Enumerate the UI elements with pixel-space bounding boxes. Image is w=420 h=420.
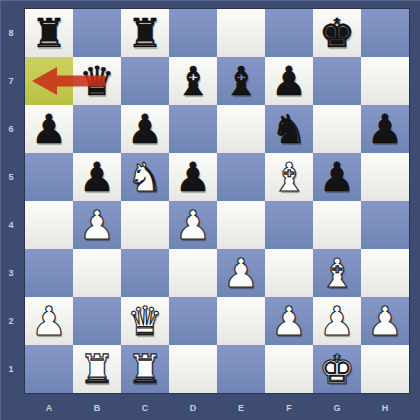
square-d6[interactable] bbox=[169, 105, 217, 153]
file-labels: ABCDEFGH bbox=[25, 397, 409, 419]
black-piece-k-g8: ♚ bbox=[319, 9, 355, 57]
file-label-c: C bbox=[121, 397, 169, 419]
black-piece-n-f6: ♞ bbox=[271, 105, 307, 153]
square-c7[interactable] bbox=[121, 57, 169, 105]
square-b7[interactable]: ♛ bbox=[73, 57, 121, 105]
black-piece-p-a6: ♟ bbox=[31, 105, 67, 153]
square-e8[interactable] bbox=[217, 9, 265, 57]
rank-label-6: 6 bbox=[1, 105, 21, 153]
black-piece-p-g5: ♟ bbox=[319, 153, 355, 201]
square-a1[interactable] bbox=[25, 345, 73, 393]
file-label-a: A bbox=[25, 397, 73, 419]
square-d3[interactable] bbox=[169, 249, 217, 297]
square-e4[interactable] bbox=[217, 201, 265, 249]
rank-label-5: 5 bbox=[1, 153, 21, 201]
square-d4[interactable]: ♟ bbox=[169, 201, 217, 249]
square-a2[interactable]: ♟ bbox=[25, 297, 73, 345]
square-e6[interactable] bbox=[217, 105, 265, 153]
file-label-f: F bbox=[265, 397, 313, 419]
white-piece-r-c1: ♜ bbox=[127, 345, 163, 393]
square-f7[interactable]: ♟ bbox=[265, 57, 313, 105]
white-piece-r-b1: ♜ bbox=[79, 345, 115, 393]
square-c3[interactable] bbox=[121, 249, 169, 297]
rank-label-2: 2 bbox=[1, 297, 21, 345]
black-piece-p-c6: ♟ bbox=[127, 105, 163, 153]
square-d5[interactable]: ♟ bbox=[169, 153, 217, 201]
square-b8[interactable] bbox=[73, 9, 121, 57]
square-h1[interactable] bbox=[361, 345, 409, 393]
black-piece-r-a8: ♜ bbox=[31, 9, 67, 57]
square-b3[interactable] bbox=[73, 249, 121, 297]
square-c6[interactable]: ♟ bbox=[121, 105, 169, 153]
square-h3[interactable] bbox=[361, 249, 409, 297]
square-f8[interactable] bbox=[265, 9, 313, 57]
square-h4[interactable] bbox=[361, 201, 409, 249]
rank-labels: 87654321 bbox=[1, 9, 25, 393]
square-g2[interactable]: ♟ bbox=[313, 297, 361, 345]
square-h7[interactable] bbox=[361, 57, 409, 105]
square-d2[interactable] bbox=[169, 297, 217, 345]
white-piece-p-g2: ♟ bbox=[319, 297, 355, 345]
square-h8[interactable] bbox=[361, 9, 409, 57]
rank-label-4: 4 bbox=[1, 201, 21, 249]
white-piece-p-e3: ♟ bbox=[223, 249, 259, 297]
black-piece-p-b5: ♟ bbox=[79, 153, 115, 201]
black-piece-q-b7: ♛ bbox=[79, 57, 115, 105]
square-a7[interactable] bbox=[25, 57, 73, 105]
black-piece-p-f7: ♟ bbox=[271, 57, 307, 105]
square-g7[interactable] bbox=[313, 57, 361, 105]
file-label-e: E bbox=[217, 397, 265, 419]
square-g6[interactable] bbox=[313, 105, 361, 153]
square-e2[interactable] bbox=[217, 297, 265, 345]
rank-label-7: 7 bbox=[1, 57, 21, 105]
white-piece-n-c5: ♞ bbox=[127, 153, 163, 201]
white-piece-p-h2: ♟ bbox=[367, 297, 403, 345]
square-h6[interactable]: ♟ bbox=[361, 105, 409, 153]
square-f5[interactable]: ♝ bbox=[265, 153, 313, 201]
black-piece-p-d5: ♟ bbox=[175, 153, 211, 201]
square-g5[interactable]: ♟ bbox=[313, 153, 361, 201]
chess-board: ♜♜♚♛♝♝♟♟♟♞♟♟♞♟♝♟♟♟♟♝♟♛♟♟♟♜♜♚ bbox=[25, 9, 409, 393]
square-h5[interactable] bbox=[361, 153, 409, 201]
black-piece-p-h6: ♟ bbox=[367, 105, 403, 153]
square-a8[interactable]: ♜ bbox=[25, 9, 73, 57]
square-g8[interactable]: ♚ bbox=[313, 9, 361, 57]
square-e3[interactable]: ♟ bbox=[217, 249, 265, 297]
square-d1[interactable] bbox=[169, 345, 217, 393]
square-e5[interactable] bbox=[217, 153, 265, 201]
square-g3[interactable]: ♝ bbox=[313, 249, 361, 297]
white-piece-p-b4: ♟ bbox=[79, 201, 115, 249]
black-piece-b-e7: ♝ bbox=[223, 57, 259, 105]
square-d7[interactable]: ♝ bbox=[169, 57, 217, 105]
white-piece-b-f5: ♝ bbox=[271, 153, 307, 201]
square-b6[interactable] bbox=[73, 105, 121, 153]
square-b2[interactable] bbox=[73, 297, 121, 345]
square-f2[interactable]: ♟ bbox=[265, 297, 313, 345]
square-a3[interactable] bbox=[25, 249, 73, 297]
square-e1[interactable] bbox=[217, 345, 265, 393]
square-f3[interactable] bbox=[265, 249, 313, 297]
black-piece-r-c8: ♜ bbox=[127, 9, 163, 57]
square-g4[interactable] bbox=[313, 201, 361, 249]
white-piece-q-c2: ♛ bbox=[127, 297, 163, 345]
white-piece-p-a2: ♟ bbox=[31, 297, 67, 345]
white-piece-k-g1: ♚ bbox=[319, 345, 355, 393]
square-b4[interactable]: ♟ bbox=[73, 201, 121, 249]
square-c5[interactable]: ♞ bbox=[121, 153, 169, 201]
square-c1[interactable]: ♜ bbox=[121, 345, 169, 393]
square-f1[interactable] bbox=[265, 345, 313, 393]
square-b5[interactable]: ♟ bbox=[73, 153, 121, 201]
square-c8[interactable]: ♜ bbox=[121, 9, 169, 57]
file-label-g: G bbox=[313, 397, 361, 419]
square-a4[interactable] bbox=[25, 201, 73, 249]
rank-label-3: 3 bbox=[1, 249, 21, 297]
square-e7[interactable]: ♝ bbox=[217, 57, 265, 105]
white-piece-p-f2: ♟ bbox=[271, 297, 307, 345]
square-d8[interactable] bbox=[169, 9, 217, 57]
square-c4[interactable] bbox=[121, 201, 169, 249]
white-piece-b-g3: ♝ bbox=[319, 249, 355, 297]
rank-label-1: 1 bbox=[1, 345, 21, 393]
square-f4[interactable] bbox=[265, 201, 313, 249]
square-b1[interactable]: ♜ bbox=[73, 345, 121, 393]
square-c2[interactable]: ♛ bbox=[121, 297, 169, 345]
rank-label-8: 8 bbox=[1, 9, 21, 57]
square-f6[interactable]: ♞ bbox=[265, 105, 313, 153]
square-g1[interactable]: ♚ bbox=[313, 345, 361, 393]
white-piece-p-d4: ♟ bbox=[175, 201, 211, 249]
black-piece-b-d7: ♝ bbox=[175, 57, 211, 105]
square-h2[interactable]: ♟ bbox=[361, 297, 409, 345]
file-label-b: B bbox=[73, 397, 121, 419]
file-label-d: D bbox=[169, 397, 217, 419]
file-label-h: H bbox=[361, 397, 409, 419]
square-a6[interactable]: ♟ bbox=[25, 105, 73, 153]
square-a5[interactable] bbox=[25, 153, 73, 201]
chess-board-frame: 87654321 ♜♜♚♛♝♝♟♟♟♞♟♟♞♟♝♟♟♟♟♝♟♛♟♟♟♜♜♚ AB… bbox=[0, 0, 420, 420]
